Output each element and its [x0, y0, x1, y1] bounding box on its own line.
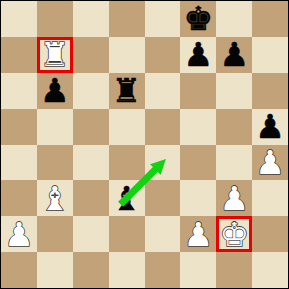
square-c1[interactable] [73, 252, 109, 288]
square-a5[interactable] [1, 109, 37, 145]
square-c2[interactable] [73, 216, 109, 252]
square-b2[interactable] [37, 216, 73, 252]
square-g4[interactable] [216, 145, 252, 181]
square-f7[interactable]: ♟ [180, 37, 216, 73]
square-b3[interactable]: ♝ [37, 180, 73, 216]
square-h5[interactable]: ♟ [252, 109, 288, 145]
square-a1[interactable] [1, 252, 37, 288]
square-f8[interactable]: ♚ [180, 1, 216, 37]
square-e1[interactable] [145, 252, 181, 288]
square-g2[interactable]: ♚ [216, 216, 252, 252]
square-f1[interactable] [180, 252, 216, 288]
piece-black-pawn[interactable]: ♟ [40, 74, 70, 107]
square-e6[interactable] [145, 73, 181, 109]
square-h2[interactable] [252, 216, 288, 252]
square-d6[interactable]: ♜ [109, 73, 145, 109]
square-d8[interactable] [109, 1, 145, 37]
square-a6[interactable] [1, 73, 37, 109]
piece-black-rook[interactable]: ♜ [112, 74, 142, 107]
piece-white-rook[interactable]: ♜ [40, 38, 70, 71]
square-a7[interactable] [1, 37, 37, 73]
square-f6[interactable] [180, 73, 216, 109]
square-h4[interactable]: ♟ [252, 145, 288, 181]
square-e7[interactable] [145, 37, 181, 73]
square-a3[interactable] [1, 180, 37, 216]
square-g3[interactable]: ♟ [216, 180, 252, 216]
square-h6[interactable] [252, 73, 288, 109]
square-e5[interactable] [145, 109, 181, 145]
square-a2[interactable]: ♟ [1, 216, 37, 252]
square-d1[interactable] [109, 252, 145, 288]
square-h8[interactable] [252, 1, 288, 37]
square-b1[interactable] [37, 252, 73, 288]
chess-app: ♚♜♟♟♟♜♟♟♝♝♟♟♟♚ [0, 0, 289, 289]
square-h1[interactable] [252, 252, 288, 288]
square-d2[interactable] [109, 216, 145, 252]
square-g6[interactable] [216, 73, 252, 109]
square-e4[interactable] [145, 145, 181, 181]
square-f2[interactable]: ♟ [180, 216, 216, 252]
square-g8[interactable] [216, 1, 252, 37]
square-e2[interactable] [145, 216, 181, 252]
piece-black-pawn[interactable]: ♟ [255, 110, 285, 143]
square-f3[interactable] [180, 180, 216, 216]
square-a4[interactable] [1, 145, 37, 181]
piece-white-bishop[interactable]: ♝ [40, 182, 70, 215]
square-h7[interactable] [252, 37, 288, 73]
square-b5[interactable] [37, 109, 73, 145]
square-d4[interactable] [109, 145, 145, 181]
square-e3[interactable] [145, 180, 181, 216]
square-c6[interactable] [73, 73, 109, 109]
square-f4[interactable] [180, 145, 216, 181]
square-c4[interactable] [73, 145, 109, 181]
piece-white-pawn[interactable]: ♟ [4, 218, 34, 251]
square-a8[interactable] [1, 1, 37, 37]
square-c7[interactable] [73, 37, 109, 73]
square-b4[interactable] [37, 145, 73, 181]
square-b8[interactable] [37, 1, 73, 37]
square-c5[interactable] [73, 109, 109, 145]
square-c3[interactable] [73, 180, 109, 216]
square-h3[interactable] [252, 180, 288, 216]
square-g5[interactable] [216, 109, 252, 145]
piece-white-pawn[interactable]: ♟ [255, 146, 285, 179]
square-d3[interactable]: ♝ [109, 180, 145, 216]
square-d5[interactable] [109, 109, 145, 145]
square-g1[interactable] [216, 252, 252, 288]
piece-black-pawn[interactable]: ♟ [184, 38, 214, 71]
square-b7[interactable]: ♜ [37, 37, 73, 73]
square-c8[interactable] [73, 1, 109, 37]
piece-black-king[interactable]: ♚ [184, 2, 214, 35]
piece-white-pawn[interactable]: ♟ [219, 182, 249, 215]
square-b6[interactable]: ♟ [37, 73, 73, 109]
piece-white-king[interactable]: ♚ [219, 218, 249, 251]
piece-black-bishop[interactable]: ♝ [112, 182, 142, 215]
piece-white-pawn[interactable]: ♟ [184, 218, 214, 251]
chess-board: ♚♜♟♟♟♜♟♟♝♝♟♟♟♚ [0, 0, 289, 289]
piece-black-pawn[interactable]: ♟ [219, 38, 249, 71]
square-f5[interactable] [180, 109, 216, 145]
square-g7[interactable]: ♟ [216, 37, 252, 73]
square-e8[interactable] [145, 1, 181, 37]
square-d7[interactable] [109, 37, 145, 73]
